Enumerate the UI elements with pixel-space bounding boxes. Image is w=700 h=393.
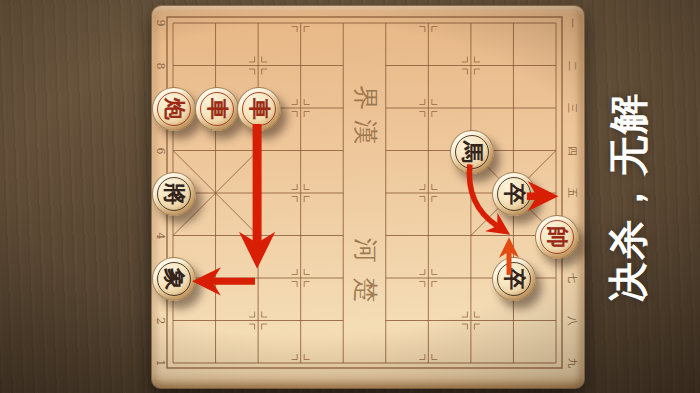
piece-卒-black[interactable]: 卒 — [492, 172, 536, 216]
file-label-right: 一 — [565, 16, 579, 30]
piece-卒-black[interactable]: 卒 — [492, 257, 536, 301]
piece-馬-black[interactable]: 馬 — [450, 130, 494, 174]
file-label-left: 9 — [153, 16, 167, 30]
river-character: 河 — [350, 235, 380, 265]
river-character: 楚 — [350, 275, 380, 305]
piece-character: 馬 — [451, 131, 493, 173]
file-label-right: 五 — [565, 186, 579, 200]
file-label-right: 四 — [565, 144, 579, 158]
piece-character: 卒 — [493, 258, 535, 300]
river-character: 界 — [350, 83, 380, 113]
file-label-left: 8 — [153, 59, 167, 73]
file-label-right: 三 — [565, 101, 579, 115]
piece-character: 卒 — [493, 173, 535, 215]
piece-character: 車 — [196, 88, 238, 130]
file-label-right: 二 — [565, 59, 579, 73]
piece-character: 帥 — [536, 216, 578, 258]
file-label-right: 九 — [565, 356, 579, 370]
file-label-right: 七 — [565, 271, 579, 285]
file-label-left: 1 — [153, 356, 167, 370]
piece-character: 將 — [153, 173, 195, 215]
piece-車-red[interactable]: 車 — [237, 87, 281, 131]
piece-車-red[interactable]: 車 — [195, 87, 239, 131]
caption-text: 决杀，无解 — [604, 67, 652, 327]
piece-character: 象 — [153, 258, 195, 300]
file-label-left: 2 — [153, 314, 167, 328]
xiangqi-board[interactable]: 987654321一二三四五六七八九 界漢河楚 炮車車將象馬卒卒帥 — [151, 5, 585, 389]
piece-帥-red[interactable]: 帥 — [535, 215, 579, 259]
file-label-right: 八 — [565, 314, 579, 328]
piece-將-black[interactable]: 將 — [152, 172, 196, 216]
file-label-left: 6 — [153, 144, 167, 158]
piece-象-black[interactable]: 象 — [152, 257, 196, 301]
piece-character: 炮 — [153, 88, 195, 130]
piece-炮-red[interactable]: 炮 — [152, 87, 196, 131]
river-character: 漢 — [350, 117, 380, 147]
piece-character: 車 — [238, 88, 280, 130]
file-label-left: 4 — [153, 229, 167, 243]
